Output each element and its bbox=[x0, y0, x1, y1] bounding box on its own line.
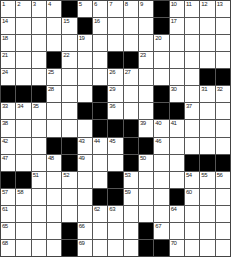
white-cell[interactable] bbox=[93, 172, 107, 188]
white-cell[interactable]: 6 bbox=[93, 1, 107, 17]
white-cell[interactable]: 8 bbox=[124, 1, 138, 17]
white-cell[interactable] bbox=[32, 52, 46, 68]
white-cell[interactable]: 33 bbox=[1, 103, 15, 119]
white-cell[interactable] bbox=[139, 35, 153, 51]
white-cell[interactable] bbox=[200, 52, 214, 68]
black-cell bbox=[124, 138, 138, 154]
white-cell[interactable]: 32 bbox=[216, 86, 230, 102]
white-cell[interactable]: 54 bbox=[185, 172, 199, 188]
white-cell[interactable] bbox=[185, 52, 199, 68]
black-cell bbox=[124, 52, 138, 68]
white-cell[interactable] bbox=[16, 138, 30, 154]
white-cell[interactable] bbox=[185, 240, 199, 256]
white-cell[interactable] bbox=[139, 206, 153, 222]
white-cell[interactable] bbox=[62, 120, 76, 136]
clue-number: 20 bbox=[155, 35, 161, 42]
white-cell[interactable] bbox=[154, 172, 168, 188]
clue-number: 57 bbox=[2, 189, 8, 196]
white-cell[interactable] bbox=[139, 86, 153, 102]
white-cell[interactable] bbox=[62, 35, 76, 51]
clue-number: 68 bbox=[2, 240, 8, 247]
white-cell[interactable]: 28 bbox=[47, 86, 61, 102]
white-cell[interactable] bbox=[170, 35, 184, 51]
clue-number: 14 bbox=[2, 18, 8, 25]
white-cell[interactable] bbox=[78, 206, 92, 222]
white-cell[interactable]: 70 bbox=[170, 240, 184, 256]
white-cell[interactable]: 26 bbox=[108, 69, 122, 85]
white-cell[interactable] bbox=[139, 69, 153, 85]
white-cell[interactable] bbox=[78, 69, 92, 85]
white-cell[interactable] bbox=[62, 206, 76, 222]
white-cell[interactable]: 35 bbox=[32, 103, 46, 119]
white-cell[interactable]: 42 bbox=[1, 138, 15, 154]
black-cell bbox=[154, 240, 168, 256]
white-cell[interactable] bbox=[32, 240, 46, 256]
white-cell[interactable] bbox=[185, 18, 199, 34]
white-cell[interactable] bbox=[200, 240, 214, 256]
clue-number: 53 bbox=[125, 172, 131, 179]
clue-number: 54 bbox=[186, 172, 192, 179]
clue-number: 27 bbox=[125, 69, 131, 76]
white-cell[interactable] bbox=[170, 52, 184, 68]
black-cell bbox=[78, 103, 92, 119]
white-cell[interactable] bbox=[154, 52, 168, 68]
black-cell bbox=[93, 189, 107, 205]
clue-number: 13 bbox=[217, 1, 223, 8]
black-cell bbox=[1, 86, 15, 102]
clue-number: 62 bbox=[94, 206, 100, 213]
white-cell[interactable]: 22 bbox=[62, 52, 76, 68]
white-cell[interactable]: 39 bbox=[139, 120, 153, 136]
white-cell[interactable]: 1 bbox=[1, 1, 15, 17]
white-cell[interactable] bbox=[216, 103, 230, 119]
white-cell[interactable] bbox=[154, 189, 168, 205]
white-cell[interactable] bbox=[32, 189, 46, 205]
black-cell bbox=[108, 172, 122, 188]
white-cell[interactable]: 38 bbox=[1, 120, 15, 136]
white-cell[interactable]: 62 bbox=[93, 206, 107, 222]
white-cell[interactable] bbox=[16, 18, 30, 34]
white-cell[interactable]: 60 bbox=[185, 189, 199, 205]
white-cell[interactable] bbox=[47, 206, 61, 222]
clue-number: 41 bbox=[171, 120, 177, 127]
white-cell[interactable] bbox=[185, 206, 199, 222]
white-cell[interactable]: 41 bbox=[170, 120, 184, 136]
white-cell[interactable] bbox=[47, 103, 61, 119]
black-cell bbox=[47, 52, 61, 68]
white-cell[interactable] bbox=[16, 69, 30, 85]
white-cell[interactable] bbox=[124, 18, 138, 34]
black-cell bbox=[62, 223, 76, 239]
white-cell[interactable]: 66 bbox=[78, 223, 92, 239]
white-cell[interactable] bbox=[200, 18, 214, 34]
clue-number: 21 bbox=[2, 52, 8, 59]
white-cell[interactable]: 67 bbox=[154, 223, 168, 239]
white-cell[interactable] bbox=[32, 35, 46, 51]
white-cell[interactable]: 31 bbox=[200, 86, 214, 102]
clue-number: 42 bbox=[2, 138, 8, 145]
white-cell[interactable]: 36 bbox=[108, 103, 122, 119]
white-cell[interactable] bbox=[32, 69, 46, 85]
white-cell[interactable]: 12 bbox=[200, 1, 214, 17]
white-cell[interactable] bbox=[154, 206, 168, 222]
white-cell[interactable]: 20 bbox=[154, 35, 168, 51]
clue-number: 6 bbox=[94, 1, 97, 8]
crossword-board: 1234567891011121314151617181920212223242… bbox=[0, 0, 231, 257]
clue-number: 28 bbox=[48, 86, 54, 93]
black-cell bbox=[185, 155, 199, 171]
white-cell[interactable]: 55 bbox=[200, 172, 214, 188]
black-cell bbox=[139, 138, 153, 154]
white-cell[interactable]: 19 bbox=[78, 35, 92, 51]
white-cell[interactable]: 44 bbox=[93, 138, 107, 154]
white-cell[interactable]: 30 bbox=[170, 86, 184, 102]
black-cell bbox=[154, 86, 168, 102]
white-cell[interactable] bbox=[62, 69, 76, 85]
clue-number: 7 bbox=[109, 1, 112, 8]
white-cell[interactable] bbox=[139, 18, 153, 34]
white-cell[interactable] bbox=[154, 69, 168, 85]
crossword-grid[interactable]: 1234567891011121314151617181920212223242… bbox=[0, 0, 231, 257]
white-cell[interactable] bbox=[216, 35, 230, 51]
white-cell[interactable] bbox=[62, 86, 76, 102]
clue-number: 18 bbox=[2, 35, 8, 42]
white-cell[interactable]: 25 bbox=[47, 69, 61, 85]
black-cell bbox=[93, 120, 107, 136]
white-cell[interactable] bbox=[47, 240, 61, 256]
white-cell[interactable] bbox=[32, 138, 46, 154]
white-cell[interactable]: 24 bbox=[1, 69, 15, 85]
white-cell[interactable] bbox=[108, 35, 122, 51]
clue-number: 36 bbox=[109, 103, 115, 110]
white-cell[interactable]: 50 bbox=[139, 155, 153, 171]
white-cell[interactable] bbox=[47, 189, 61, 205]
clue-number: 8 bbox=[125, 1, 128, 8]
clue-number: 32 bbox=[217, 86, 223, 93]
white-cell[interactable] bbox=[139, 103, 153, 119]
clue-number: 40 bbox=[155, 120, 161, 127]
clue-number: 22 bbox=[63, 52, 69, 59]
clue-number: 33 bbox=[2, 103, 8, 110]
black-cell bbox=[154, 18, 168, 34]
white-cell[interactable] bbox=[16, 35, 30, 51]
black-cell bbox=[62, 138, 76, 154]
clue-number: 70 bbox=[171, 240, 177, 247]
white-cell[interactable]: 16 bbox=[93, 18, 107, 34]
white-cell[interactable] bbox=[154, 155, 168, 171]
clue-number: 49 bbox=[79, 155, 85, 162]
white-cell[interactable] bbox=[32, 18, 46, 34]
white-cell[interactable] bbox=[185, 35, 199, 51]
white-cell[interactable]: 2 bbox=[16, 1, 30, 17]
clue-number: 59 bbox=[125, 189, 131, 196]
white-cell[interactable] bbox=[108, 155, 122, 171]
white-cell[interactable] bbox=[124, 103, 138, 119]
white-cell[interactable]: 49 bbox=[78, 155, 92, 171]
clue-number: 66 bbox=[79, 223, 85, 230]
white-cell[interactable]: 27 bbox=[124, 69, 138, 85]
white-cell[interactable] bbox=[216, 18, 230, 34]
white-cell[interactable] bbox=[170, 155, 184, 171]
white-cell[interactable] bbox=[78, 86, 92, 102]
white-cell[interactable] bbox=[185, 69, 199, 85]
clue-number: 2 bbox=[17, 1, 20, 8]
white-cell[interactable] bbox=[216, 52, 230, 68]
clue-number: 4 bbox=[48, 1, 51, 8]
white-cell[interactable] bbox=[47, 172, 61, 188]
clue-number: 17 bbox=[171, 18, 177, 25]
white-cell[interactable] bbox=[185, 223, 199, 239]
clue-number: 61 bbox=[2, 206, 8, 213]
clue-number: 23 bbox=[140, 52, 146, 59]
white-cell[interactable]: 57 bbox=[1, 189, 15, 205]
white-cell[interactable] bbox=[124, 206, 138, 222]
white-cell[interactable]: 17 bbox=[170, 18, 184, 34]
clue-number: 65 bbox=[2, 223, 8, 230]
white-cell[interactable] bbox=[170, 223, 184, 239]
white-cell[interactable]: 46 bbox=[154, 138, 168, 154]
white-cell[interactable]: 14 bbox=[1, 18, 15, 34]
black-cell bbox=[62, 240, 76, 256]
white-cell[interactable] bbox=[216, 189, 230, 205]
black-cell bbox=[108, 52, 122, 68]
white-cell[interactable] bbox=[16, 52, 30, 68]
white-cell[interactable]: 64 bbox=[170, 206, 184, 222]
white-cell[interactable]: 9 bbox=[139, 1, 153, 17]
white-cell[interactable] bbox=[47, 18, 61, 34]
black-cell bbox=[16, 172, 30, 188]
white-cell[interactable] bbox=[124, 240, 138, 256]
white-cell[interactable] bbox=[93, 35, 107, 51]
white-cell[interactable] bbox=[200, 189, 214, 205]
white-cell[interactable]: 43 bbox=[78, 138, 92, 154]
clue-number: 39 bbox=[140, 120, 146, 127]
white-cell[interactable]: 40 bbox=[154, 120, 168, 136]
white-cell[interactable] bbox=[200, 35, 214, 51]
black-cell bbox=[216, 155, 230, 171]
white-cell[interactable]: 23 bbox=[139, 52, 153, 68]
clue-number: 37 bbox=[186, 103, 192, 110]
clue-number: 19 bbox=[79, 35, 85, 42]
white-cell[interactable] bbox=[16, 155, 30, 171]
clue-number: 47 bbox=[2, 155, 8, 162]
clue-number: 69 bbox=[79, 240, 85, 247]
black-cell bbox=[170, 189, 184, 205]
white-cell[interactable]: 52 bbox=[62, 172, 76, 188]
white-cell[interactable] bbox=[32, 155, 46, 171]
white-cell[interactable]: 56 bbox=[216, 172, 230, 188]
white-cell[interactable] bbox=[93, 52, 107, 68]
white-cell[interactable] bbox=[93, 240, 107, 256]
white-cell[interactable] bbox=[185, 86, 199, 102]
clue-number: 48 bbox=[48, 155, 54, 162]
black-cell bbox=[170, 103, 184, 119]
white-cell[interactable] bbox=[200, 138, 214, 154]
clue-number: 25 bbox=[48, 69, 54, 76]
white-cell[interactable] bbox=[170, 172, 184, 188]
white-cell[interactable] bbox=[139, 189, 153, 205]
clue-number: 55 bbox=[201, 172, 207, 179]
white-cell[interactable] bbox=[32, 206, 46, 222]
white-cell[interactable] bbox=[78, 189, 92, 205]
white-cell[interactable] bbox=[185, 138, 199, 154]
white-cell[interactable] bbox=[47, 223, 61, 239]
clue-number: 1 bbox=[2, 1, 5, 8]
white-cell[interactable]: 65 bbox=[1, 223, 15, 239]
clue-number: 3 bbox=[33, 1, 36, 8]
white-cell[interactable]: 18 bbox=[1, 35, 15, 51]
white-cell[interactable]: 69 bbox=[78, 240, 92, 256]
white-cell[interactable]: 37 bbox=[185, 103, 199, 119]
white-cell[interactable]: 58 bbox=[16, 189, 30, 205]
white-cell[interactable]: 61 bbox=[1, 206, 15, 222]
white-cell[interactable] bbox=[139, 172, 153, 188]
white-cell[interactable] bbox=[200, 223, 214, 239]
clue-number: 11 bbox=[186, 1, 191, 8]
black-cell bbox=[124, 120, 138, 136]
clue-number: 58 bbox=[17, 189, 23, 196]
white-cell[interactable]: 11 bbox=[185, 1, 199, 17]
clue-number: 15 bbox=[63, 18, 69, 25]
black-cell bbox=[154, 103, 168, 119]
white-cell[interactable]: 4 bbox=[47, 1, 61, 17]
black-cell bbox=[62, 155, 76, 171]
clue-number: 44 bbox=[94, 138, 100, 145]
white-cell[interactable] bbox=[47, 35, 61, 51]
white-cell[interactable]: 34 bbox=[16, 103, 30, 119]
black-cell bbox=[16, 86, 30, 102]
white-cell[interactable]: 21 bbox=[1, 52, 15, 68]
black-cell bbox=[93, 86, 107, 102]
clue-number: 35 bbox=[33, 103, 39, 110]
black-cell bbox=[47, 138, 61, 154]
white-cell[interactable] bbox=[93, 223, 107, 239]
white-cell[interactable] bbox=[216, 138, 230, 154]
white-cell[interactable]: 7 bbox=[108, 1, 122, 17]
white-cell[interactable] bbox=[216, 223, 230, 239]
white-cell[interactable]: 3 bbox=[32, 1, 46, 17]
white-cell[interactable] bbox=[93, 69, 107, 85]
white-cell[interactable]: 51 bbox=[32, 172, 46, 188]
white-cell[interactable] bbox=[170, 138, 184, 154]
white-cell[interactable] bbox=[78, 52, 92, 68]
white-cell[interactable] bbox=[200, 103, 214, 119]
white-cell[interactable]: 29 bbox=[108, 86, 122, 102]
black-cell bbox=[62, 1, 76, 17]
clue-number: 5 bbox=[79, 1, 82, 8]
clue-number: 30 bbox=[171, 86, 177, 93]
white-cell[interactable] bbox=[216, 240, 230, 256]
white-cell[interactable]: 48 bbox=[47, 155, 61, 171]
white-cell[interactable] bbox=[108, 223, 122, 239]
white-cell[interactable] bbox=[170, 69, 184, 85]
black-cell bbox=[1, 172, 15, 188]
white-cell[interactable] bbox=[124, 86, 138, 102]
black-cell bbox=[200, 155, 214, 171]
clue-number: 24 bbox=[2, 69, 8, 76]
white-cell[interactable]: 15 bbox=[62, 18, 76, 34]
clue-number: 67 bbox=[155, 223, 161, 230]
white-cell[interactable] bbox=[78, 120, 92, 136]
clue-number: 52 bbox=[63, 172, 69, 179]
white-cell[interactable]: 63 bbox=[108, 206, 122, 222]
clue-number: 34 bbox=[17, 103, 23, 110]
black-cell bbox=[139, 240, 153, 256]
white-cell[interactable] bbox=[16, 240, 30, 256]
white-cell[interactable]: 53 bbox=[124, 172, 138, 188]
clue-number: 43 bbox=[79, 138, 85, 145]
clue-number: 50 bbox=[140, 155, 146, 162]
white-cell[interactable]: 5 bbox=[78, 1, 92, 17]
clue-number: 60 bbox=[186, 189, 192, 196]
black-cell bbox=[139, 223, 153, 239]
clue-number: 56 bbox=[217, 172, 223, 179]
black-cell bbox=[200, 69, 214, 85]
white-cell[interactable] bbox=[16, 206, 30, 222]
white-cell[interactable] bbox=[32, 120, 46, 136]
white-cell[interactable] bbox=[185, 120, 199, 136]
white-cell[interactable] bbox=[16, 120, 30, 136]
white-cell[interactable] bbox=[108, 18, 122, 34]
black-cell bbox=[32, 86, 46, 102]
white-cell[interactable] bbox=[62, 103, 76, 119]
clue-number: 10 bbox=[171, 1, 177, 8]
clue-number: 63 bbox=[109, 206, 115, 213]
clue-number: 64 bbox=[171, 206, 177, 213]
white-cell[interactable]: 45 bbox=[108, 138, 122, 154]
clue-number: 16 bbox=[94, 18, 100, 25]
clue-number: 26 bbox=[109, 69, 115, 76]
white-cell[interactable]: 68 bbox=[1, 240, 15, 256]
black-cell bbox=[216, 69, 230, 85]
black-cell bbox=[124, 155, 138, 171]
clue-number: 46 bbox=[155, 138, 161, 145]
clue-number: 45 bbox=[109, 138, 115, 145]
white-cell[interactable] bbox=[78, 172, 92, 188]
white-cell[interactable] bbox=[124, 35, 138, 51]
white-cell[interactable] bbox=[108, 240, 122, 256]
white-cell[interactable] bbox=[62, 189, 76, 205]
white-cell[interactable] bbox=[216, 120, 230, 136]
white-cell[interactable]: 13 bbox=[216, 1, 230, 17]
white-cell[interactable] bbox=[93, 155, 107, 171]
white-cell[interactable] bbox=[200, 120, 214, 136]
white-cell[interactable] bbox=[216, 206, 230, 222]
white-cell[interactable]: 47 bbox=[1, 155, 15, 171]
white-cell[interactable] bbox=[200, 206, 214, 222]
clue-number: 51 bbox=[33, 172, 39, 179]
black-cell bbox=[108, 120, 122, 136]
white-cell[interactable] bbox=[124, 223, 138, 239]
white-cell[interactable]: 10 bbox=[170, 1, 184, 17]
clue-number: 29 bbox=[109, 86, 115, 93]
clue-number: 9 bbox=[140, 1, 143, 8]
clue-number: 31 bbox=[201, 86, 207, 93]
black-cell bbox=[93, 103, 107, 119]
white-cell[interactable]: 59 bbox=[124, 189, 138, 205]
black-cell bbox=[154, 1, 168, 17]
white-cell[interactable] bbox=[32, 223, 46, 239]
black-cell bbox=[108, 189, 122, 205]
white-cell[interactable] bbox=[47, 120, 61, 136]
white-cell[interactable] bbox=[16, 223, 30, 239]
black-cell bbox=[78, 18, 92, 34]
clue-number: 12 bbox=[201, 1, 207, 8]
clue-number: 38 bbox=[2, 120, 8, 127]
